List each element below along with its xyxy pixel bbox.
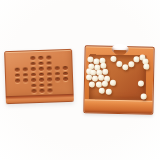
board-front-edge: [6, 94, 74, 104]
board-hole[interactable]: [31, 90, 36, 94]
photo-scene: [0, 0, 160, 160]
board-hole[interactable]: [30, 67, 35, 71]
board-hole[interactable]: [62, 72, 67, 76]
board-hole[interactable]: [39, 89, 44, 93]
marble[interactable]: [143, 63, 150, 70]
board-blank: [14, 57, 19, 61]
board-hole[interactable]: [38, 61, 43, 65]
board-blank: [14, 62, 19, 66]
board-face: [4, 49, 74, 97]
marble[interactable]: [110, 56, 117, 63]
marble[interactable]: [102, 80, 109, 87]
marble[interactable]: [105, 88, 112, 95]
board-holes: [12, 54, 69, 95]
board-blank: [15, 90, 20, 94]
board-blank: [54, 55, 59, 59]
board-blank: [15, 85, 20, 89]
board-blank: [63, 83, 68, 87]
board-hole[interactable]: [31, 84, 36, 88]
board-blank: [22, 62, 27, 66]
board-hole[interactable]: [30, 62, 35, 66]
marble-tray: [83, 45, 154, 114]
board-blank: [23, 90, 28, 94]
tray-marbles-layer: [84, 46, 153, 113]
board-hole[interactable]: [23, 79, 28, 83]
board-blank: [54, 61, 59, 65]
board-blank: [55, 83, 60, 87]
board-blank: [55, 89, 60, 93]
board-hole[interactable]: [54, 72, 59, 76]
marble[interactable]: [89, 81, 96, 88]
marble[interactable]: [140, 93, 147, 100]
board-hole[interactable]: [14, 68, 19, 72]
board-hole[interactable]: [39, 78, 44, 82]
marble[interactable]: [102, 68, 109, 75]
board-hole[interactable]: [31, 78, 36, 82]
board-blank: [22, 56, 27, 60]
board-hole[interactable]: [46, 56, 51, 60]
board-hole[interactable]: [46, 61, 51, 65]
marble[interactable]: [128, 61, 135, 68]
board-hole[interactable]: [38, 73, 43, 77]
board-hole[interactable]: [46, 67, 51, 71]
board-hole[interactable]: [55, 78, 60, 82]
board-hole[interactable]: [30, 73, 35, 77]
board-hole[interactable]: [15, 79, 20, 83]
board-hole[interactable]: [30, 56, 35, 60]
board-hole[interactable]: [38, 67, 43, 71]
board-hole[interactable]: [38, 56, 43, 60]
board-blank: [63, 88, 68, 92]
board-hole[interactable]: [63, 77, 68, 81]
board-hole[interactable]: [47, 83, 52, 87]
marble[interactable]: [110, 80, 117, 87]
marble[interactable]: [98, 87, 105, 94]
board-hole[interactable]: [54, 66, 59, 70]
board-hole[interactable]: [47, 78, 52, 82]
board-hole[interactable]: [46, 72, 51, 76]
board-blank: [62, 55, 67, 59]
marble[interactable]: [138, 80, 145, 87]
board-hole[interactable]: [39, 84, 44, 88]
board-blank: [62, 61, 67, 65]
solitaire-board: [4, 49, 74, 104]
board-hole[interactable]: [22, 68, 27, 72]
board-hole[interactable]: [14, 73, 19, 77]
board-hole[interactable]: [47, 89, 52, 93]
board-hole[interactable]: [22, 73, 27, 77]
board-hole[interactable]: [62, 66, 67, 70]
board-blank: [23, 84, 28, 88]
